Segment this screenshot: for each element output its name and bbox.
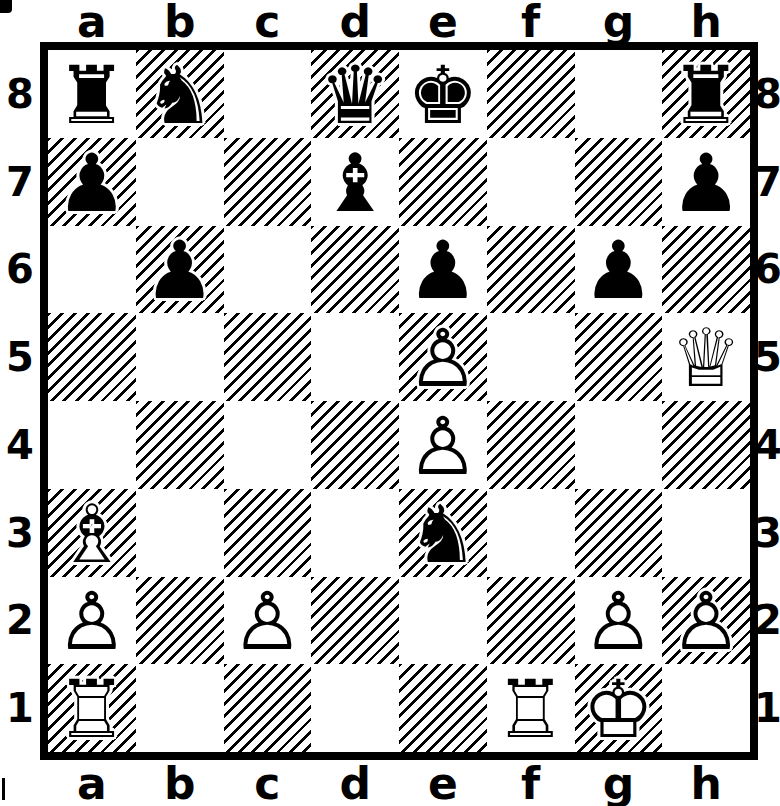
file-labels-top: abcdefgh [48,0,750,42]
piece-outline: ♙ [224,579,312,667]
square-d2[interactable] [311,577,399,665]
square-a5[interactable] [48,313,136,401]
square-h8[interactable]: ♜ [662,50,750,138]
piece-outline: ♙ [399,315,487,403]
piece-fill: ♟ [136,228,224,316]
square-d8[interactable]: ♛ [311,50,399,138]
square-a8[interactable]: ♜ [48,50,136,138]
square-f2[interactable] [487,577,575,665]
square-a2[interactable]: ♟♙ [48,577,136,665]
file-label-h: h [662,758,750,806]
square-f3[interactable] [487,489,575,577]
square-c1[interactable] [224,664,312,752]
piece-outline: ♖ [48,666,136,754]
square-a4[interactable] [48,401,136,489]
square-c5[interactable] [224,313,312,401]
piece-black-queen: ♛ [311,50,399,138]
piece-white-pawn: ♟♙ [399,313,487,401]
square-e8[interactable]: ♚ [399,50,487,138]
square-g5[interactable] [575,313,663,401]
file-label-c: c [224,0,312,47]
file-label-h: h [662,0,750,47]
piece-black-bishop: ♝ [311,138,399,226]
square-d4[interactable] [311,401,399,489]
rank-label-7: 7 [0,138,40,226]
rank-label-5: 5 [754,313,780,401]
square-h5[interactable]: ♛♕ [662,313,750,401]
square-h4[interactable] [662,401,750,489]
square-e2[interactable] [399,577,487,665]
square-h7[interactable]: ♟ [662,138,750,226]
rank-label-6: 6 [754,226,780,314]
piece-outline: ♙ [399,403,487,491]
rank-labels-left: 87654321 [0,50,40,752]
file-label-d: d [311,0,399,47]
piece-fill: ♟ [399,228,487,316]
square-c2[interactable]: ♟♙ [224,577,312,665]
square-g3[interactable] [575,489,663,577]
square-g8[interactable] [575,50,663,138]
piece-black-rook: ♜ [662,50,750,138]
piece-black-pawn: ♟ [399,226,487,314]
rank-label-6: 6 [0,226,40,314]
file-label-e: e [399,0,487,47]
print-mark-bottomleft [2,778,5,800]
rank-label-3: 3 [0,489,40,577]
file-label-a: a [48,758,136,806]
square-e5[interactable]: ♟♙ [399,313,487,401]
square-a3[interactable]: ♝♗ [48,489,136,577]
rank-labels-right: 87654321 [754,50,780,752]
print-mark-topleft [0,0,12,13]
file-label-b: b [136,0,224,47]
square-h6[interactable] [662,226,750,314]
piece-black-pawn: ♟ [575,226,663,314]
piece-black-knight: ♞ [136,50,224,138]
square-b8[interactable]: ♞ [136,50,224,138]
piece-white-pawn: ♟♙ [48,577,136,665]
file-label-g: g [575,758,663,806]
piece-fill: ♟ [662,140,750,228]
file-label-b: b [136,758,224,806]
square-b6[interactable]: ♟ [136,226,224,314]
piece-fill: ♟ [575,228,663,316]
square-h3[interactable] [662,489,750,577]
piece-white-pawn: ♟♙ [662,577,750,665]
square-b7[interactable] [136,138,224,226]
rank-label-4: 4 [754,401,780,489]
piece-outline: ♙ [48,579,136,667]
piece-white-queen: ♛♕ [662,313,750,401]
piece-outline: ♙ [575,579,663,667]
piece-black-king: ♚ [399,50,487,138]
file-label-e: e [399,758,487,806]
square-a7[interactable]: ♟ [48,138,136,226]
square-g4[interactable] [575,401,663,489]
square-g2[interactable]: ♟♙ [575,577,663,665]
piece-white-bishop: ♝♗ [48,489,136,577]
piece-white-pawn: ♟♙ [224,577,312,665]
piece-fill: ♜ [48,52,136,140]
square-c6[interactable] [224,226,312,314]
square-d7[interactable]: ♝ [311,138,399,226]
file-label-g: g [575,0,663,47]
piece-white-pawn: ♟♙ [399,401,487,489]
file-label-c: c [224,758,312,806]
piece-black-rook: ♜ [48,50,136,138]
file-labels-bottom: abcdefgh [48,758,750,806]
chess-diagram: abcdefgh 87654321 ♜♞♛♚♜♟♝♟♟♟♟♟♙♛♕♟♙♝♗♞♟♙… [0,0,780,806]
square-h1[interactable] [662,664,750,752]
piece-black-pawn: ♟ [48,138,136,226]
rank-label-8: 8 [0,50,40,138]
piece-fill: ♚ [399,52,487,140]
square-b1[interactable] [136,664,224,752]
square-b5[interactable] [136,313,224,401]
square-d1[interactable] [311,664,399,752]
piece-outline: ♔ [575,666,663,754]
piece-fill: ♟ [48,140,136,228]
chess-board: ♜♞♛♚♜♟♝♟♟♟♟♟♙♛♕♟♙♝♗♞♟♙♟♙♟♙♟♙♜♖♜♖♚♔ [40,42,758,760]
square-e1[interactable] [399,664,487,752]
piece-fill: ♝ [311,140,399,228]
rank-label-7: 7 [754,138,780,226]
square-h2[interactable]: ♟♙ [662,577,750,665]
square-c3[interactable] [224,489,312,577]
piece-black-knight: ♞ [399,489,487,577]
square-f7[interactable] [487,138,575,226]
square-e4[interactable]: ♟♙ [399,401,487,489]
piece-white-rook: ♜♖ [48,664,136,752]
square-e3[interactable]: ♞ [399,489,487,577]
rank-label-3: 3 [754,489,780,577]
square-b3[interactable] [136,489,224,577]
square-f4[interactable] [487,401,575,489]
piece-black-pawn: ♟ [136,226,224,314]
square-f5[interactable] [487,313,575,401]
square-c8[interactable] [224,50,312,138]
square-d3[interactable] [311,489,399,577]
piece-outline: ♖ [487,666,575,754]
piece-fill: ♞ [399,491,487,579]
square-g1[interactable]: ♚♔ [575,664,663,752]
piece-fill: ♜ [662,52,750,140]
piece-outline: ♗ [48,491,136,579]
square-e7[interactable] [399,138,487,226]
square-c7[interactable] [224,138,312,226]
rank-label-1: 1 [754,664,780,752]
square-e6[interactable]: ♟ [399,226,487,314]
rank-label-2: 2 [0,577,40,665]
square-f8[interactable] [487,50,575,138]
square-a1[interactable]: ♜♖ [48,664,136,752]
square-d6[interactable] [311,226,399,314]
piece-fill: ♛ [311,52,399,140]
square-b2[interactable] [136,577,224,665]
piece-outline: ♕ [662,315,750,403]
rank-label-8: 8 [754,50,780,138]
piece-white-rook: ♜♖ [487,664,575,752]
rank-label-4: 4 [0,401,40,489]
rank-label-1: 1 [0,664,40,752]
square-d5[interactable] [311,313,399,401]
square-c4[interactable] [224,401,312,489]
square-f1[interactable]: ♜♖ [487,664,575,752]
square-a6[interactable] [48,226,136,314]
piece-white-pawn: ♟♙ [575,577,663,665]
piece-fill: ♞ [136,52,224,140]
piece-white-king: ♚♔ [575,664,663,752]
file-label-a: a [48,0,136,47]
file-label-d: d [311,758,399,806]
file-label-f: f [487,758,575,806]
rank-label-5: 5 [0,313,40,401]
piece-black-pawn: ♟ [662,138,750,226]
file-label-f: f [487,0,575,47]
square-b4[interactable] [136,401,224,489]
square-f6[interactable] [487,226,575,314]
rank-label-2: 2 [754,577,780,665]
square-g6[interactable]: ♟ [575,226,663,314]
square-g7[interactable] [575,138,663,226]
piece-outline: ♙ [662,579,750,667]
